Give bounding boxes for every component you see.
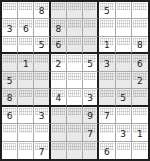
given-digit: 3 bbox=[87, 94, 93, 103]
cell-r8c5[interactable] bbox=[67, 124, 83, 141]
given-digit: 9 bbox=[87, 112, 93, 121]
cell-r9c1[interactable] bbox=[2, 142, 18, 159]
cell-r1c2[interactable] bbox=[18, 2, 34, 19]
cell-r1c8[interactable] bbox=[116, 2, 132, 19]
cell-r9c2[interactable] bbox=[18, 142, 34, 159]
given-digit: 7 bbox=[87, 130, 93, 139]
cell-r5c4[interactable] bbox=[51, 72, 67, 89]
cell-r7c9[interactable] bbox=[132, 107, 148, 124]
cell-r3c3[interactable]: 5 bbox=[34, 37, 50, 54]
cell-r2c2[interactable]: 6 bbox=[18, 19, 34, 36]
cell-r4c5[interactable] bbox=[67, 54, 83, 71]
cell-r3c4[interactable]: 6 bbox=[51, 37, 67, 54]
cell-r4c6[interactable]: 5 bbox=[83, 54, 99, 71]
cell-r6c2[interactable] bbox=[18, 89, 34, 106]
given-digit: 7 bbox=[39, 148, 45, 157]
given-digit: 6 bbox=[55, 41, 61, 50]
cell-r1c3[interactable]: 8 bbox=[34, 2, 50, 19]
cell-r9c6[interactable] bbox=[83, 142, 99, 159]
cell-r1c1[interactable] bbox=[2, 2, 18, 19]
cell-r6c8[interactable]: 5 bbox=[116, 89, 132, 106]
cell-r6c3[interactable] bbox=[34, 89, 50, 106]
cell-r7c6[interactable]: 9 bbox=[83, 107, 99, 124]
cell-r9c5[interactable] bbox=[67, 142, 83, 159]
cell-r1c6[interactable] bbox=[83, 2, 99, 19]
given-digit: 3 bbox=[7, 25, 13, 34]
cell-r6c4[interactable]: 4 bbox=[51, 89, 67, 106]
cell-r7c8[interactable] bbox=[116, 107, 132, 124]
sudoku-board: 85368561812536528435639773176 bbox=[0, 0, 150, 161]
cell-r6c1[interactable]: 8 bbox=[2, 89, 18, 106]
given-digit: 8 bbox=[137, 41, 143, 50]
cell-r3c7[interactable]: 1 bbox=[99, 37, 115, 54]
cell-r9c7[interactable]: 6 bbox=[99, 142, 115, 159]
cell-r5c2[interactable] bbox=[18, 72, 34, 89]
cell-r2c4[interactable]: 8 bbox=[51, 19, 67, 36]
given-digit: 8 bbox=[7, 94, 13, 103]
given-digit: 3 bbox=[39, 112, 45, 121]
cell-r1c9[interactable] bbox=[132, 2, 148, 19]
cell-r2c5[interactable] bbox=[67, 19, 83, 36]
cell-r2c9[interactable] bbox=[132, 19, 148, 36]
cell-r8c3[interactable] bbox=[34, 124, 50, 141]
given-digit: 2 bbox=[137, 77, 143, 86]
cell-r8c2[interactable] bbox=[18, 124, 34, 141]
cell-r3c1[interactable] bbox=[2, 37, 18, 54]
cell-r4c2[interactable]: 1 bbox=[18, 54, 34, 71]
cell-r8c1[interactable] bbox=[2, 124, 18, 141]
given-digit: 6 bbox=[137, 60, 143, 69]
given-digit: 6 bbox=[104, 148, 110, 157]
given-digit: 7 bbox=[104, 112, 110, 121]
given-digit: 5 bbox=[104, 7, 110, 16]
cell-r7c1[interactable]: 6 bbox=[2, 107, 18, 124]
cell-r9c3[interactable]: 7 bbox=[34, 142, 50, 159]
cell-r2c3[interactable] bbox=[34, 19, 50, 36]
cell-r3c9[interactable]: 8 bbox=[132, 37, 148, 54]
cell-r6c6[interactable]: 3 bbox=[83, 89, 99, 106]
cell-r2c1[interactable]: 3 bbox=[2, 19, 18, 36]
cell-r4c3[interactable] bbox=[34, 54, 50, 71]
cell-r8c6[interactable]: 7 bbox=[83, 124, 99, 141]
cell-r8c9[interactable]: 1 bbox=[132, 124, 148, 141]
cell-r5c5[interactable] bbox=[67, 72, 83, 89]
given-digit: 1 bbox=[104, 41, 110, 50]
cell-r9c9[interactable] bbox=[132, 142, 148, 159]
cell-r4c7[interactable]: 3 bbox=[99, 54, 115, 71]
cell-r1c7[interactable]: 5 bbox=[99, 2, 115, 19]
cell-r9c8[interactable] bbox=[116, 142, 132, 159]
given-digit: 6 bbox=[23, 25, 29, 34]
cell-r5c8[interactable] bbox=[116, 72, 132, 89]
cell-r6c7[interactable] bbox=[99, 89, 115, 106]
given-digit: 3 bbox=[120, 130, 126, 139]
given-digit: 3 bbox=[104, 60, 110, 69]
cell-r2c7[interactable] bbox=[99, 19, 115, 36]
cell-r1c5[interactable] bbox=[67, 2, 83, 19]
cell-r2c6[interactable] bbox=[83, 19, 99, 36]
cell-r5c3[interactable] bbox=[34, 72, 50, 89]
cell-r2c8[interactable] bbox=[116, 19, 132, 36]
cell-r3c5[interactable] bbox=[67, 37, 83, 54]
cell-r4c8[interactable] bbox=[116, 54, 132, 71]
cell-r3c6[interactable] bbox=[83, 37, 99, 54]
given-digit: 5 bbox=[39, 41, 45, 50]
cell-r7c3[interactable]: 3 bbox=[34, 107, 50, 124]
given-digit: 1 bbox=[23, 60, 29, 69]
cell-r7c4[interactable] bbox=[51, 107, 67, 124]
cell-r7c7[interactable]: 7 bbox=[99, 107, 115, 124]
given-digit: 8 bbox=[39, 7, 45, 16]
given-digit: 6 bbox=[7, 112, 13, 121]
cell-r7c5[interactable] bbox=[67, 107, 83, 124]
cell-r8c8[interactable]: 3 bbox=[116, 124, 132, 141]
given-digit: 5 bbox=[120, 94, 126, 103]
given-digit: 8 bbox=[55, 25, 61, 34]
cell-r1c4[interactable] bbox=[51, 2, 67, 19]
cell-r7c2[interactable] bbox=[18, 107, 34, 124]
cell-r5c7[interactable] bbox=[99, 72, 115, 89]
cell-r6c5[interactable] bbox=[67, 89, 83, 106]
cell-r5c1[interactable]: 5 bbox=[2, 72, 18, 89]
cell-r8c4[interactable] bbox=[51, 124, 67, 141]
given-digit: 4 bbox=[55, 94, 61, 103]
cell-r4c4[interactable]: 2 bbox=[51, 54, 67, 71]
given-digit: 1 bbox=[137, 130, 143, 139]
given-digit: 5 bbox=[87, 60, 93, 69]
given-digit: 5 bbox=[7, 77, 13, 86]
cell-r6c9[interactable] bbox=[132, 89, 148, 106]
cell-r4c9[interactable]: 6 bbox=[132, 54, 148, 71]
given-digit: 2 bbox=[55, 60, 61, 69]
cell-r5c6[interactable] bbox=[83, 72, 99, 89]
cell-r5c9[interactable]: 2 bbox=[132, 72, 148, 89]
cell-r4c1[interactable] bbox=[2, 54, 18, 71]
cell-r3c8[interactable] bbox=[116, 37, 132, 54]
cell-r8c7[interactable] bbox=[99, 124, 115, 141]
cell-r9c4[interactable] bbox=[51, 142, 67, 159]
cell-r3c2[interactable] bbox=[18, 37, 34, 54]
